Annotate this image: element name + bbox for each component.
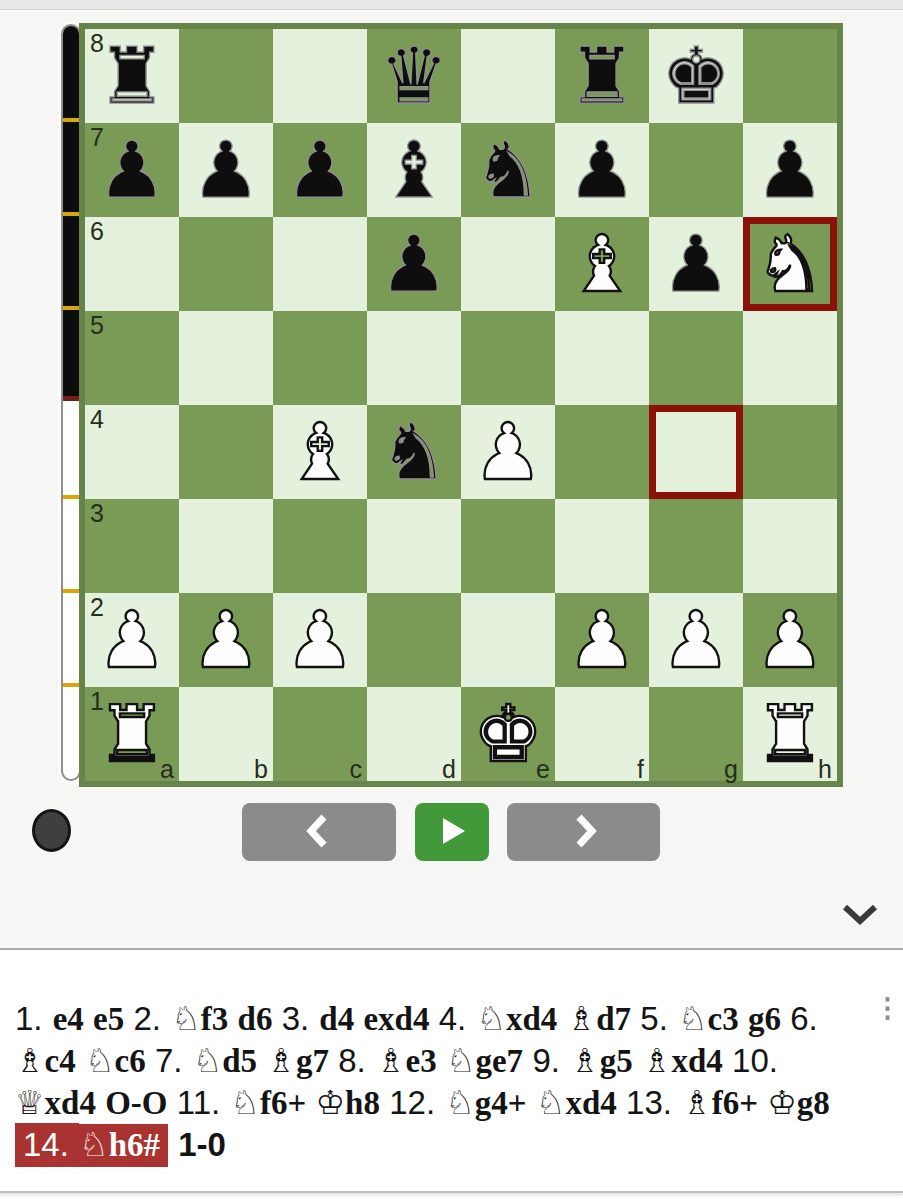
evaluation-marker <box>63 396 79 401</box>
piece-black-pawn: ♟︎ <box>97 123 167 217</box>
square-f6[interactable]: ♝ <box>555 217 649 311</box>
rank-label-4: 4 <box>90 405 104 433</box>
eval-tick <box>63 683 79 687</box>
square-c5[interactable] <box>273 311 367 405</box>
square-f7[interactable]: ♟︎ <box>555 123 649 217</box>
file-label-h: h <box>818 756 832 782</box>
move-number: 3. <box>282 1000 320 1037</box>
move[interactable]: d4 exd4 <box>319 1001 438 1037</box>
file-label-d: d <box>442 756 456 782</box>
square-g5[interactable] <box>649 311 743 405</box>
square-h3[interactable] <box>743 499 837 593</box>
file-label-b: b <box>254 756 268 782</box>
square-e7[interactable]: ♞ <box>461 123 555 217</box>
move[interactable]: ♘f6+ ♔h8 <box>230 1085 389 1121</box>
square-c1[interactable]: c <box>273 687 367 781</box>
square-f8[interactable]: ♜ <box>555 29 649 123</box>
move-number: 13. <box>626 1084 682 1121</box>
square-e1[interactable]: e♚ <box>461 687 555 781</box>
square-d3[interactable] <box>367 499 461 593</box>
piece-black-pawn: ♟︎ <box>567 123 637 217</box>
rank-label-8: 8 <box>90 29 104 57</box>
square-a5[interactable]: 5 <box>85 311 179 405</box>
square-b6[interactable] <box>179 217 273 311</box>
top-strip <box>0 0 903 10</box>
board-section: 8♜♛♜♚7♟︎♟︎♟︎♝♞♟︎♟︎6♟︎♝♟︎♞54♝♞♟︎32♟︎♟︎♟︎♟… <box>0 11 903 950</box>
move-number: 6. <box>790 1000 818 1037</box>
piece-black-pawn: ♟︎ <box>285 123 355 217</box>
piece-black-bishop: ♝ <box>379 123 449 217</box>
file-label-c: c <box>350 756 363 782</box>
evaluation-bar <box>61 24 81 781</box>
current-move: 14. <box>15 1123 79 1167</box>
piece-black-pawn: ♟︎ <box>379 217 449 311</box>
move-number: 12. <box>389 1084 445 1121</box>
square-b5[interactable] <box>179 311 273 405</box>
square-f1[interactable]: f <box>555 687 649 781</box>
chevron-right-icon <box>563 811 605 854</box>
square-e4[interactable]: ♟︎ <box>461 405 555 499</box>
file-label-e: e <box>536 756 550 782</box>
move[interactable]: ♗c4 ♘c6 <box>15 1043 155 1079</box>
eval-tick <box>63 306 79 310</box>
square-h8[interactable] <box>743 29 837 123</box>
evaluation-bar-black <box>63 26 79 396</box>
square-a4[interactable]: 4 <box>85 405 179 499</box>
back-button[interactable] <box>242 803 396 861</box>
piece-black-pawn: ♟︎ <box>755 123 825 217</box>
piece-white-pawn: ♟︎ <box>191 593 261 687</box>
square-d4[interactable]: ♞ <box>367 405 461 499</box>
move[interactable]: ♘c3 g6 <box>678 1001 790 1037</box>
square-c3[interactable] <box>273 499 367 593</box>
move[interactable]: ♗f6+ ♔g8 <box>682 1085 830 1121</box>
piece-black-king: ♚ <box>661 29 731 123</box>
turn-indicator <box>32 809 71 852</box>
square-g7[interactable] <box>649 123 743 217</box>
game-result: 1-0 <box>168 1126 226 1163</box>
file-label-f: f <box>637 756 644 782</box>
move[interactable]: ♕xd4 O-O <box>15 1085 177 1121</box>
forward-button[interactable] <box>507 803 660 861</box>
piece-black-rook: ♜ <box>567 29 637 123</box>
piece-black-queen: ♛ <box>379 29 449 123</box>
square-e3[interactable] <box>461 499 555 593</box>
piece-white-pawn: ♟︎ <box>567 593 637 687</box>
chess-board: 8♜♛♜♚7♟︎♟︎♟︎♝♞♟︎♟︎6♟︎♝♟︎♞54♝♞♟︎32♟︎♟︎♟︎♟… <box>79 23 843 787</box>
move-list-section: 1. e4 e5 2. ♘f3 d6 3. d4 exd4 4. ♘xd4 ♗d… <box>0 950 903 1191</box>
square-c8[interactable] <box>273 29 367 123</box>
piece-white-knight: ♞ <box>755 217 825 311</box>
square-c2[interactable]: ♟︎ <box>273 593 367 687</box>
move-number: 4. <box>439 1000 477 1037</box>
piece-white-pawn: ♟︎ <box>661 593 731 687</box>
square-f4[interactable] <box>555 405 649 499</box>
square-g6[interactable]: ♟︎ <box>649 217 743 311</box>
square-a7[interactable]: 7♟︎ <box>85 123 179 217</box>
square-a3[interactable]: 3 <box>85 499 179 593</box>
rank-label-5: 5 <box>90 311 104 339</box>
square-d5[interactable] <box>367 311 461 405</box>
square-b4[interactable] <box>179 405 273 499</box>
eval-tick <box>63 118 79 122</box>
chevron-left-icon <box>298 811 340 854</box>
piece-white-rook: ♜ <box>755 687 825 781</box>
move-number: 10. <box>732 1042 778 1079</box>
piece-white-pawn: ♟︎ <box>473 405 543 499</box>
rank-label-2: 2 <box>90 593 104 621</box>
piece-white-pawn: ♟︎ <box>97 593 167 687</box>
move[interactable]: e4 e5 <box>53 1001 134 1037</box>
square-f5[interactable] <box>555 311 649 405</box>
move[interactable]: ♘f3 d6 <box>171 1001 281 1037</box>
eval-tick <box>63 589 79 593</box>
rank-label-3: 3 <box>90 499 104 527</box>
square-h5[interactable] <box>743 311 837 405</box>
file-label-a: a <box>160 756 174 782</box>
square-g4[interactable] <box>649 405 743 499</box>
piece-white-pawn: ♟︎ <box>285 593 355 687</box>
move-number: 8. <box>338 1042 376 1079</box>
square-h6[interactable]: ♞ <box>743 217 837 311</box>
move-number: 11. <box>177 1084 231 1121</box>
piece-white-pawn: ♟︎ <box>755 593 825 687</box>
square-h1[interactable]: h♜ <box>743 687 837 781</box>
eval-tick <box>63 495 79 499</box>
square-c7[interactable]: ♟︎ <box>273 123 367 217</box>
eval-tick <box>63 212 79 216</box>
square-h2[interactable]: ♟︎ <box>743 593 837 687</box>
file-label-g: g <box>724 756 738 782</box>
play-button[interactable] <box>415 803 489 861</box>
square-g3[interactable] <box>649 499 743 593</box>
square-h4[interactable] <box>743 405 837 499</box>
move-number: 2. <box>134 1000 172 1037</box>
move-number: 1. <box>15 1000 53 1037</box>
play-icon <box>434 811 470 854</box>
square-b3[interactable] <box>179 499 273 593</box>
current-move[interactable]: ♘h6# <box>79 1124 168 1167</box>
square-b7[interactable]: ♟︎ <box>179 123 273 217</box>
move-number: 7. <box>155 1042 193 1079</box>
move[interactable]: ♘g4+ ♘xd4 <box>445 1085 626 1121</box>
move[interactable]: ♘d5 ♗g7 <box>193 1043 339 1079</box>
piece-black-pawn: ♟︎ <box>191 123 261 217</box>
square-b1[interactable]: b <box>179 687 273 781</box>
bottom-divider <box>0 1191 903 1193</box>
rank-label-7: 7 <box>90 123 104 151</box>
piece-white-rook: ♜ <box>97 687 167 781</box>
chevron-down-icon <box>841 902 879 931</box>
rank-label-6: 6 <box>90 217 104 245</box>
kebab-menu-icon[interactable]: ⋮ <box>874 1002 901 1015</box>
move-number: 5. <box>640 1000 678 1037</box>
square-a6[interactable]: 6 <box>85 217 179 311</box>
square-d1[interactable]: d <box>367 687 461 781</box>
piece-black-rook: ♜ <box>97 29 167 123</box>
square-e8[interactable] <box>461 29 555 123</box>
square-d2[interactable] <box>367 593 461 687</box>
rank-label-1: 1 <box>90 687 104 715</box>
square-g8[interactable]: ♚ <box>649 29 743 123</box>
square-b8[interactable] <box>179 29 273 123</box>
square-h7[interactable]: ♟︎ <box>743 123 837 217</box>
square-d7[interactable]: ♝ <box>367 123 461 217</box>
square-e5[interactable] <box>461 311 555 405</box>
piece-white-bishop: ♝ <box>567 217 637 311</box>
move[interactable]: ♗g5 ♗xd4 <box>570 1043 732 1079</box>
move-number: 9. <box>532 1042 570 1079</box>
square-a8[interactable]: 8♜ <box>85 29 179 123</box>
square-e6[interactable] <box>461 217 555 311</box>
expand-button[interactable] <box>836 897 884 935</box>
square-a1[interactable]: 1a♜ <box>85 687 179 781</box>
move[interactable]: ♗e3 ♘ge7 <box>376 1043 532 1079</box>
move[interactable]: ♘xd4 ♗d7 <box>476 1001 640 1037</box>
square-b2[interactable]: ♟︎ <box>179 593 273 687</box>
square-f2[interactable]: ♟︎ <box>555 593 649 687</box>
square-c6[interactable] <box>273 217 367 311</box>
square-c4[interactable]: ♝ <box>273 405 367 499</box>
square-d6[interactable]: ♟︎ <box>367 217 461 311</box>
piece-black-knight: ♞ <box>473 123 543 217</box>
move-list: 1. e4 e5 2. ♘f3 d6 3. d4 exd4 4. ♘xd4 ♗d… <box>15 998 860 1166</box>
square-d8[interactable]: ♛ <box>367 29 461 123</box>
square-e2[interactable] <box>461 593 555 687</box>
piece-black-knight: ♞ <box>379 405 449 499</box>
square-f3[interactable] <box>555 499 649 593</box>
square-a2[interactable]: 2♟︎ <box>85 593 179 687</box>
piece-black-pawn: ♟︎ <box>661 217 731 311</box>
square-g1[interactable]: g <box>649 687 743 781</box>
piece-white-king: ♚ <box>473 687 543 781</box>
piece-white-bishop: ♝ <box>285 405 355 499</box>
square-g2[interactable]: ♟︎ <box>649 593 743 687</box>
